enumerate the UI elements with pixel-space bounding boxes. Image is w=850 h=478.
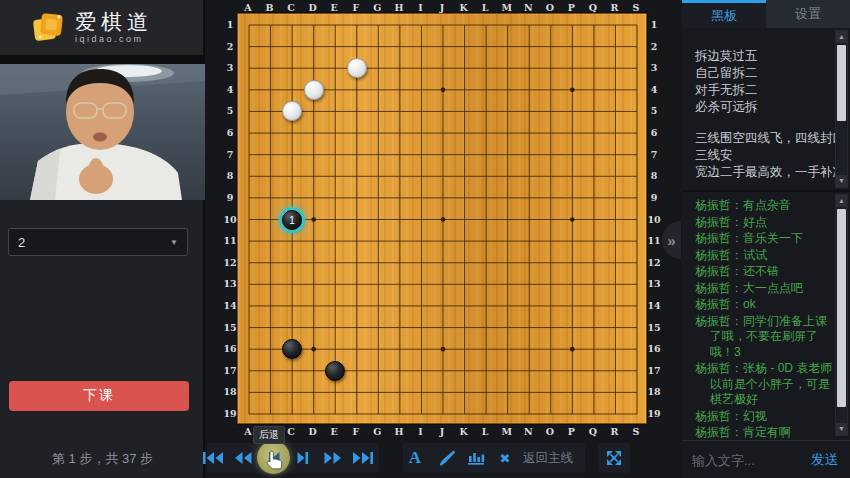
col-label-top-D: D	[309, 2, 317, 13]
chat-message: 杨振哲：音乐关一下	[695, 231, 834, 247]
row-label-right-15: 15	[647, 321, 660, 332]
end-class-button[interactable]: 下课	[9, 381, 189, 411]
row-label-right-9: 9	[651, 191, 658, 202]
row-label-left-13: 13	[223, 278, 236, 289]
scroll-down-icon[interactable]: ▼	[836, 175, 847, 187]
step-back-button[interactable]	[257, 441, 290, 474]
stone-black-C10: 1	[282, 210, 302, 230]
scroll-up-icon[interactable]: ▲	[836, 31, 847, 43]
brush-icon	[438, 450, 456, 466]
chat-message: 杨振哲：大一点点吧	[695, 281, 834, 297]
col-label-top-P: P	[568, 2, 575, 13]
chat-input-row: 发送	[682, 440, 850, 478]
blackboard-line: 自己留拆二	[695, 65, 832, 82]
row-label-left-14: 14	[223, 299, 236, 310]
chat-message: 杨振哲：同学们准备上课了哦，不要在刷屏了哦！3	[695, 314, 834, 361]
row-label-left-4: 4	[227, 83, 234, 94]
row-label-right-11: 11	[647, 235, 660, 246]
blackboard-line: 必杀可远拆	[695, 99, 832, 116]
col-label-bottom-H: H	[394, 426, 403, 437]
row-label-right-17: 17	[647, 364, 660, 375]
chat-scrollbar[interactable]: ▲ ▼	[835, 194, 848, 436]
brush-tool-button[interactable]	[433, 443, 461, 473]
blackboard-notes: 拆边莫过五自己留拆二对手无拆二必杀可远拆三线围空四线飞，四线封口三线安宽边二手最…	[682, 28, 836, 190]
col-label-top-C: C	[287, 2, 295, 13]
bar-chart-icon	[466, 450, 486, 466]
skip-to-start-button[interactable]	[199, 443, 227, 473]
col-label-bottom-J: J	[440, 426, 445, 437]
col-label-top-E: E	[331, 2, 338, 13]
logo: 爱棋道 iqidao.com	[0, 0, 203, 55]
col-label-bottom-M: M	[501, 426, 512, 437]
row-label-right-13: 13	[647, 278, 660, 289]
logo-subtitle: iqidao.com	[75, 34, 153, 44]
col-label-bottom-C: C	[287, 426, 295, 437]
right-panel: 黑板 设置 拆边莫过五自己留拆二对手无拆二必杀可远拆三线围空四线飞，四线封口三线…	[682, 0, 850, 478]
blackboard-scroll-thumb[interactable]	[837, 45, 846, 121]
row-label-left-10: 10	[223, 213, 236, 224]
collapse-panel-handle[interactable]: »	[662, 221, 681, 259]
chat-message: 杨振哲：肯定有啊	[695, 425, 834, 438]
return-mainline-button[interactable]: 返回主线	[523, 443, 573, 473]
col-label-bottom-K: K	[459, 426, 467, 437]
row-label-right-5: 5	[651, 105, 658, 116]
col-label-bottom-G: G	[373, 426, 381, 437]
row-label-left-12: 12	[223, 256, 236, 267]
col-label-top-K: K	[459, 2, 467, 13]
step-status: 第 1 步，共 37 步	[0, 450, 205, 468]
col-label-top-A: A	[244, 2, 251, 13]
dropdown-caret-icon: ▼	[170, 238, 178, 247]
row-label-left-17: 17	[223, 364, 236, 375]
blackboard-scrollbar[interactable]: ▲ ▼	[835, 30, 848, 188]
app-root: 爱棋道 iqidao.com	[0, 0, 850, 478]
clear-marks-button[interactable]: ✖	[491, 443, 519, 473]
iqidao-logo-icon	[30, 9, 68, 47]
chat-messages: 杨振哲：有点杂音杨振哲：好点杨振哲：音乐关一下杨振哲：试试杨振哲：还不错杨振哲：…	[682, 192, 836, 438]
fast-forward-icon	[323, 451, 343, 465]
col-label-top-N: N	[524, 2, 533, 13]
stone-black-E17	[325, 361, 345, 381]
col-label-bottom-P: P	[568, 426, 575, 437]
row-label-left-5: 5	[227, 105, 234, 116]
blackboard-line: 三线安	[695, 147, 832, 164]
col-label-top-R: R	[610, 2, 618, 13]
row-label-right-19: 19	[647, 408, 660, 419]
col-label-top-O: O	[546, 2, 554, 13]
fullscreen-button[interactable]	[600, 443, 628, 473]
row-label-left-3: 3	[227, 62, 234, 73]
row-label-left-2: 2	[227, 40, 234, 51]
row-label-left-19: 19	[223, 408, 236, 419]
stone-white-F3	[347, 58, 367, 78]
stone-white-D4	[304, 80, 324, 100]
col-label-top-B: B	[266, 2, 274, 13]
row-label-right-10: 10	[647, 213, 660, 224]
row-label-left-18: 18	[223, 386, 236, 397]
row-label-right-8: 8	[651, 170, 658, 181]
chat-message: 杨振哲：ok	[695, 297, 834, 313]
blackboard-line	[695, 116, 832, 130]
col-label-bottom-D: D	[309, 426, 317, 437]
row-label-right-16: 16	[647, 343, 660, 354]
row-label-right-4: 4	[651, 83, 658, 94]
rewind-icon	[233, 451, 253, 465]
row-label-left-6: 6	[227, 127, 234, 138]
fast-forward-button[interactable]	[319, 443, 347, 473]
board-zone: 1 AABBCCDDEEFFGGHHIIJJKKLLMMNNOOPPQQRRSS…	[207, 0, 680, 478]
chat-message: 杨振哲：张杨 - 0D 袁老师以前是个小胖子，可是棋艺极好	[695, 361, 834, 408]
tab-settings[interactable]: 设置	[766, 0, 850, 28]
scroll-down-icon[interactable]: ▼	[836, 423, 847, 435]
row-label-right-3: 3	[651, 62, 658, 73]
step-forward-icon	[296, 451, 310, 465]
row-label-left-7: 7	[227, 148, 234, 159]
board-select[interactable]: 2 ▼	[8, 228, 188, 256]
row-label-right-7: 7	[651, 148, 658, 159]
col-label-bottom-F: F	[352, 426, 359, 437]
chat-message: 杨振哲：还不错	[695, 264, 834, 280]
rewind-button[interactable]	[229, 443, 257, 473]
row-label-right-14: 14	[647, 299, 660, 310]
skip-end-icon	[352, 451, 374, 465]
col-label-bottom-E: E	[331, 426, 338, 437]
col-label-bottom-O: O	[546, 426, 554, 437]
blackboard-line: 三线围空四线飞，四线封口	[695, 130, 832, 147]
col-label-top-Q: Q	[589, 2, 597, 13]
row-label-right-2: 2	[651, 40, 658, 51]
row-label-left-16: 16	[223, 343, 236, 354]
scroll-up-icon[interactable]: ▲	[836, 195, 847, 207]
row-label-left-11: 11	[223, 235, 236, 246]
step-back-icon	[267, 451, 281, 465]
col-label-bottom-Q: Q	[589, 426, 597, 437]
row-label-right-1: 1	[651, 19, 658, 30]
chat-scroll-thumb[interactable]	[837, 209, 846, 407]
col-label-top-G: G	[373, 2, 381, 13]
chat-message: 杨振哲：好点	[695, 215, 834, 231]
board-select-value: 2	[18, 235, 25, 250]
col-label-top-H: H	[394, 2, 403, 13]
col-label-top-L: L	[482, 2, 489, 13]
col-label-bottom-R: R	[610, 426, 618, 437]
row-label-right-12: 12	[647, 256, 660, 267]
row-label-right-18: 18	[647, 386, 660, 397]
col-label-bottom-S: S	[633, 426, 640, 437]
col-label-top-I: I	[418, 2, 422, 13]
row-label-left-9: 9	[227, 191, 234, 202]
instructor-video	[0, 55, 205, 200]
blackboard-line: 对手无拆二	[695, 82, 832, 99]
row-label-left-15: 15	[223, 321, 236, 332]
chart-tool-button[interactable]	[462, 443, 490, 473]
col-label-bottom-A: A	[244, 426, 251, 437]
back-tooltip: 后退	[253, 426, 285, 444]
col-label-bottom-N: N	[524, 426, 533, 437]
sidebar: 爱棋道 iqidao.com	[0, 0, 205, 478]
row-label-left-1: 1	[227, 19, 234, 30]
send-button[interactable]: 发送	[811, 451, 838, 469]
col-label-top-F: F	[352, 2, 359, 13]
skip-to-end-button[interactable]	[349, 443, 377, 473]
chat-message: 杨振哲：有点杂音	[695, 198, 834, 214]
step-forward-button[interactable]	[289, 443, 317, 473]
skip-start-icon	[202, 451, 224, 465]
col-label-top-J: J	[440, 2, 445, 13]
blackboard-line: 拆边莫过五	[695, 48, 832, 65]
chevron-right-icon: »	[667, 232, 675, 249]
col-label-bottom-I: I	[418, 426, 422, 437]
go-board[interactable]: 1	[237, 13, 647, 424]
annotate-letter-button[interactable]: A	[401, 443, 429, 473]
logo-title: 爱棋道	[75, 11, 153, 33]
row-label-left-8: 8	[227, 170, 234, 181]
chat-message: 杨振哲：试试	[695, 248, 834, 264]
col-label-top-S: S	[633, 2, 640, 13]
col-label-top-M: M	[501, 2, 512, 13]
col-label-bottom-L: L	[482, 426, 489, 437]
fullscreen-expand-icon	[605, 449, 623, 467]
tab-blackboard[interactable]: 黑板	[682, 0, 766, 28]
blackboard-line: 宽边二手最高效，一手补净	[695, 164, 832, 181]
chat-input[interactable]	[690, 447, 800, 473]
chat-message: 杨振哲：幻视	[695, 409, 834, 425]
row-label-right-6: 6	[651, 127, 658, 138]
